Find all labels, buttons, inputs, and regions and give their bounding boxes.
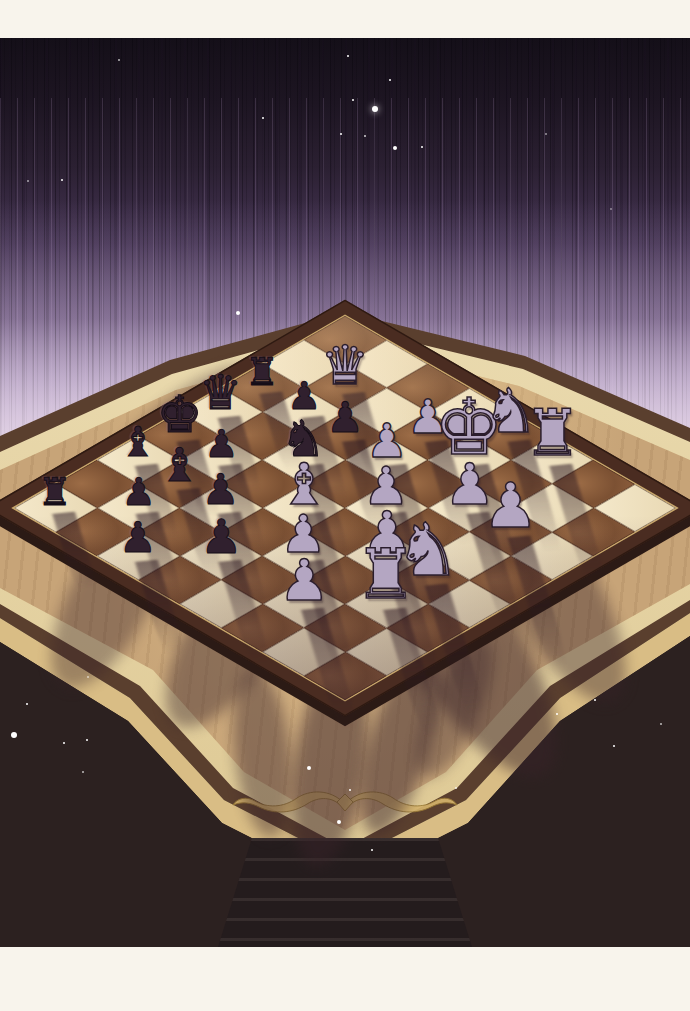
white-pawn[interactable]: ♟ (278, 552, 329, 609)
white-rook[interactable]: ♜ (523, 401, 580, 465)
white-pawn[interactable]: ♟ (483, 475, 539, 537)
table-pedestal (218, 838, 472, 947)
black-bishop[interactable]: ♝ (120, 422, 157, 463)
black-pawn[interactable]: ♟ (121, 473, 155, 511)
comic-panel-page: ♜♝♚♛♜♟♝♟♟♛♟♟♞♟♟♝♟♟♟♟♚♞♟♟♟♜♜♞♟ (0, 0, 690, 1011)
black-king[interactable]: ♚ (157, 389, 203, 440)
black-pawn[interactable]: ♟ (326, 397, 364, 439)
black-pawn[interactable]: ♟ (204, 425, 238, 463)
white-knight[interactable]: ♞ (395, 513, 460, 586)
black-pawn[interactable]: ♟ (119, 517, 157, 559)
white-queen[interactable]: ♛ (321, 338, 369, 392)
black-rook[interactable]: ♜ (38, 473, 72, 511)
black-rook[interactable]: ♜ (245, 353, 279, 391)
black-pawn[interactable]: ♟ (200, 513, 242, 560)
black-bishop[interactable]: ♝ (159, 442, 200, 488)
star-sparkles (0, 38, 2, 40)
black-queen[interactable]: ♛ (199, 368, 242, 416)
artwork-panel: ♜♝♚♛♜♟♝♟♟♛♟♟♞♟♟♝♟♟♟♟♚♞♟♟♟♜♜♞♟ (0, 38, 690, 947)
black-pawn[interactable]: ♟ (202, 469, 240, 511)
